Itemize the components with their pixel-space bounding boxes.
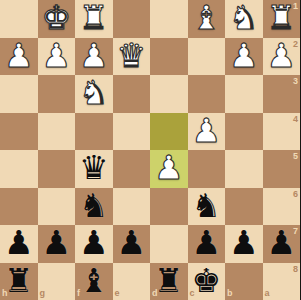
rank-label-6: 6 [293,190,298,199]
square-h5[interactable] [0,150,38,188]
piece-black-pawn[interactable]: ♟ [41,226,71,259]
square-e8[interactable]: e [113,263,151,300]
square-f5[interactable]: ♛ [75,150,113,188]
piece-black-rook[interactable]: ♜ [154,264,184,297]
piece-white-pawn[interactable]: ♟ [266,39,296,72]
square-h3[interactable] [0,75,38,113]
square-d8[interactable]: ♜d [150,263,188,300]
square-c5[interactable] [188,150,226,188]
piece-black-knight[interactable]: ♞ [191,189,221,222]
square-c3[interactable] [188,75,226,113]
piece-black-bishop[interactable]: ♝ [79,264,109,297]
square-e5[interactable] [113,150,151,188]
square-h6[interactable] [0,188,38,226]
piece-white-rook[interactable]: ♜ [266,1,296,34]
square-h1[interactable] [0,0,38,38]
square-e4[interactable] [113,113,151,151]
rank-label-3: 3 [293,77,298,86]
piece-black-knight[interactable]: ♞ [79,189,109,222]
square-h8[interactable]: ♜h [0,263,38,300]
file-label-b: b [227,289,233,298]
square-g8[interactable]: g [38,263,76,300]
square-h2[interactable]: ♟ [0,38,38,76]
square-d6[interactable] [150,188,188,226]
square-b6[interactable] [225,188,263,226]
piece-black-queen[interactable]: ♛ [79,151,109,184]
square-c2[interactable] [188,38,226,76]
square-a6[interactable]: 6 [263,188,301,226]
square-c4[interactable]: ♟ [188,113,226,151]
square-g3[interactable] [38,75,76,113]
square-b4[interactable] [225,113,263,151]
file-label-a: a [265,289,270,298]
piece-black-rook[interactable]: ♜ [4,264,34,297]
square-d3[interactable] [150,75,188,113]
piece-white-pawn[interactable]: ♟ [79,39,109,72]
piece-black-pawn[interactable]: ♟ [191,226,221,259]
square-b7[interactable]: ♟ [225,225,263,263]
square-a4[interactable]: 4 [263,113,301,151]
square-g4[interactable] [38,113,76,151]
square-c7[interactable]: ♟ [188,225,226,263]
piece-white-queen[interactable]: ♛ [116,39,146,72]
square-e1[interactable] [113,0,151,38]
square-d1[interactable] [150,0,188,38]
square-g1[interactable]: ♚ [38,0,76,38]
square-a7[interactable]: ♟7 [263,225,301,263]
square-c6[interactable]: ♞ [188,188,226,226]
piece-white-pawn[interactable]: ♟ [154,151,184,184]
square-f3[interactable]: ♞ [75,75,113,113]
piece-white-knight[interactable]: ♞ [229,1,259,34]
rank-label-5: 5 [293,152,298,161]
square-b2[interactable]: ♟ [225,38,263,76]
square-d2[interactable] [150,38,188,76]
square-e3[interactable] [113,75,151,113]
square-d7[interactable] [150,225,188,263]
square-g2[interactable]: ♟ [38,38,76,76]
square-f4[interactable] [75,113,113,151]
square-g6[interactable] [38,188,76,226]
square-e7[interactable]: ♟ [113,225,151,263]
square-c8[interactable]: ♚c [188,263,226,300]
piece-black-pawn[interactable]: ♟ [229,226,259,259]
square-f1[interactable]: ♜ [75,0,113,38]
square-a1[interactable]: ♜1 [263,0,301,38]
square-h7[interactable]: ♟ [0,225,38,263]
square-d4[interactable] [150,113,188,151]
square-a5[interactable]: 5 [263,150,301,188]
square-c1[interactable]: ♝ [188,0,226,38]
file-label-e: e [115,289,120,298]
square-b3[interactable] [225,75,263,113]
piece-white-knight[interactable]: ♞ [79,76,109,109]
square-f8[interactable]: ♝f [75,263,113,300]
piece-white-pawn[interactable]: ♟ [191,114,221,147]
piece-black-pawn[interactable]: ♟ [116,226,146,259]
rank-label-8: 8 [293,265,298,274]
square-f2[interactable]: ♟ [75,38,113,76]
piece-white-pawn[interactable]: ♟ [4,39,34,72]
square-f6[interactable]: ♞ [75,188,113,226]
square-a2[interactable]: ♟2 [263,38,301,76]
piece-black-pawn[interactable]: ♟ [266,226,296,259]
square-a3[interactable]: 3 [263,75,301,113]
square-g5[interactable] [38,150,76,188]
square-a8[interactable]: 8a [263,263,301,300]
square-g7[interactable]: ♟ [38,225,76,263]
piece-white-pawn[interactable]: ♟ [41,39,71,72]
piece-white-king[interactable]: ♚ [41,1,71,34]
piece-white-bishop[interactable]: ♝ [191,1,221,34]
chess-board: ♚♜♝♞♜1♟♟♟♛♟♟2♞3♟4♛♟5♞♞6♟♟♟♟♟♟♟7♜hg♝fe♜d♚… [0,0,300,300]
piece-black-king[interactable]: ♚ [191,264,221,297]
square-b5[interactable] [225,150,263,188]
square-d5[interactable]: ♟ [150,150,188,188]
piece-black-pawn[interactable]: ♟ [4,226,34,259]
piece-white-pawn[interactable]: ♟ [229,39,259,72]
piece-black-pawn[interactable]: ♟ [79,226,109,259]
square-b1[interactable]: ♞ [225,0,263,38]
square-e6[interactable] [113,188,151,226]
square-b8[interactable]: b [225,263,263,300]
square-h4[interactable] [0,113,38,151]
square-e2[interactable]: ♛ [113,38,151,76]
piece-white-rook[interactable]: ♜ [79,1,109,34]
file-label-g: g [40,289,46,298]
square-f7[interactable]: ♟ [75,225,113,263]
rank-label-4: 4 [293,115,298,124]
